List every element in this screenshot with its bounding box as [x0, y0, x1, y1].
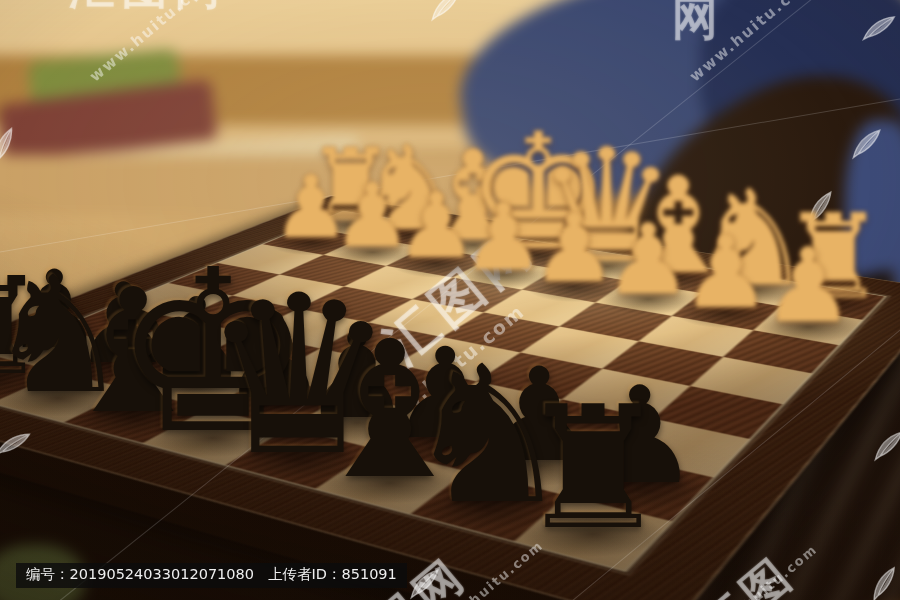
stock-photo-chess-scene: ♜♞♝♛♚♝♞♜♟♟♟♟♟♟♟♟♟♟♟♟♟♟♟♟♜♞♝♛♚♝♞♜ 汇图网汇图网汇… [0, 0, 900, 600]
uploader-id-label: 上传者ID：851091 [268, 565, 397, 584]
caption-bar: 编号：20190524033012071080 上传者ID：851091 [16, 563, 407, 588]
background-table-edge [0, 155, 560, 215]
image-number-label: 编号：20190524033012071080 [26, 565, 254, 584]
